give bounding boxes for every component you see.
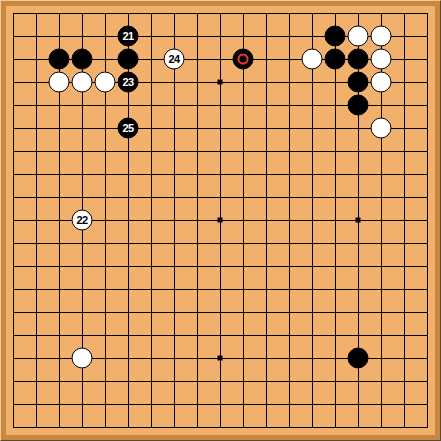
stone-white-16-1	[371, 26, 392, 47]
stone-black-5-1: 21	[118, 26, 139, 47]
star-point	[356, 218, 361, 223]
star-point	[218, 218, 223, 223]
stone-white-15-1	[348, 26, 369, 47]
stone-black-14-2	[325, 49, 346, 70]
star-point	[218, 356, 223, 361]
stone-black-5-3: 23	[118, 72, 139, 93]
stone-move-number: 24	[168, 54, 179, 65]
stone-move-number: 23	[122, 77, 133, 88]
stone-white-3-9: 22	[72, 210, 93, 231]
stone-move-number: 22	[76, 215, 87, 226]
stone-white-16-3	[371, 72, 392, 93]
go-board-diagram: 2124232522	[0, 0, 441, 441]
stone-white-16-5	[371, 118, 392, 139]
stone-white-16-2	[371, 49, 392, 70]
stone-white-13-2	[302, 49, 323, 70]
stone-move-number: 25	[122, 123, 133, 134]
stone-white-3-15	[72, 348, 93, 369]
stone-black-15-3	[348, 72, 369, 93]
stone-white-4-3	[95, 72, 116, 93]
stone-black-3-2	[72, 49, 93, 70]
stone-black-5-2	[118, 49, 139, 70]
stone-black-15-15	[348, 348, 369, 369]
stone-white-3-3	[72, 72, 93, 93]
stone-move-number: 21	[122, 31, 133, 42]
star-point	[218, 80, 223, 85]
stone-black-15-4	[348, 95, 369, 116]
stone-black-15-2	[348, 49, 369, 70]
stone-black-2-2	[49, 49, 70, 70]
board-surface: 2124232522	[6, 6, 435, 435]
stone-black-14-1	[325, 26, 346, 47]
stone-white-7-2: 24	[164, 49, 185, 70]
stone-black-5-5: 25	[118, 118, 139, 139]
stone-black-10-2	[233, 49, 254, 70]
circle-marker-icon	[238, 54, 249, 65]
stone-white-2-3	[49, 72, 70, 93]
